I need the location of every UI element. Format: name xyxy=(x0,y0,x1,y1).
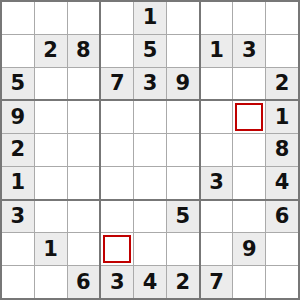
cell-r7c5[interactable] xyxy=(134,201,166,233)
cell-r2c7[interactable]: 1 xyxy=(201,35,233,67)
cell-r2c1[interactable] xyxy=(2,35,34,67)
cell-r9c2[interactable] xyxy=(35,266,67,298)
sudoku-board: 2851573913292118343165342697 xyxy=(0,0,300,300)
cell-r8c9[interactable] xyxy=(266,233,298,265)
sudoku-box-9: 697 xyxy=(201,201,298,298)
cell-r3c4[interactable]: 7 xyxy=(101,68,133,100)
cell-r9c9[interactable] xyxy=(266,266,298,298)
cell-r7c9[interactable]: 6 xyxy=(266,201,298,233)
cell-r4c5[interactable] xyxy=(134,101,166,133)
cell-r4c8[interactable] xyxy=(233,101,265,133)
cell-r8c2[interactable]: 1 xyxy=(35,233,67,265)
cell-r2c5[interactable]: 5 xyxy=(134,35,166,67)
cell-r8c8[interactable]: 9 xyxy=(233,233,265,265)
cell-r4c1[interactable]: 9 xyxy=(2,101,34,133)
cell-r3c1[interactable]: 5 xyxy=(2,68,34,100)
cell-r8c1[interactable] xyxy=(2,233,34,265)
sudoku-box-2: 15739 xyxy=(101,2,198,99)
sudoku-box-6: 1834 xyxy=(201,101,298,198)
cell-r2c8[interactable]: 3 xyxy=(233,35,265,67)
cell-r8c5[interactable] xyxy=(134,233,166,265)
cell-r7c6[interactable]: 5 xyxy=(167,201,199,233)
cell-r4c2[interactable] xyxy=(35,101,67,133)
cell-r5c3[interactable] xyxy=(68,134,100,166)
sudoku-box-7: 316 xyxy=(2,201,99,298)
cell-r1c5[interactable]: 1 xyxy=(134,2,166,34)
cell-r9c7[interactable]: 7 xyxy=(201,266,233,298)
cell-r1c6[interactable] xyxy=(167,2,199,34)
cell-r3c2[interactable] xyxy=(35,68,67,100)
cell-r5c2[interactable] xyxy=(35,134,67,166)
cell-r1c2[interactable] xyxy=(35,2,67,34)
cell-r2c6[interactable] xyxy=(167,35,199,67)
cell-r9c1[interactable] xyxy=(2,266,34,298)
cell-r6c2[interactable] xyxy=(35,167,67,199)
cell-r5c8[interactable] xyxy=(233,134,265,166)
cell-r3c5[interactable]: 3 xyxy=(134,68,166,100)
cell-r1c1[interactable] xyxy=(2,2,34,34)
cell-r7c1[interactable]: 3 xyxy=(2,201,34,233)
cell-r3c8[interactable] xyxy=(233,68,265,100)
cell-r2c9[interactable] xyxy=(266,35,298,67)
cell-r7c4[interactable] xyxy=(101,201,133,233)
cell-r5c9[interactable]: 8 xyxy=(266,134,298,166)
cell-r6c9[interactable]: 4 xyxy=(266,167,298,199)
cell-r6c3[interactable] xyxy=(68,167,100,199)
cell-r4c9[interactable]: 1 xyxy=(266,101,298,133)
cell-r6c8[interactable] xyxy=(233,167,265,199)
cell-r6c1[interactable]: 1 xyxy=(2,167,34,199)
cell-r3c9[interactable]: 2 xyxy=(266,68,298,100)
cell-r5c4[interactable] xyxy=(101,134,133,166)
cell-r9c3[interactable]: 6 xyxy=(68,266,100,298)
cell-r3c6[interactable]: 9 xyxy=(167,68,199,100)
cell-r2c2[interactable]: 2 xyxy=(35,35,67,67)
cell-r5c5[interactable] xyxy=(134,134,166,166)
cell-r7c8[interactable] xyxy=(233,201,265,233)
cell-r7c3[interactable] xyxy=(68,201,100,233)
cell-r4c6[interactable] xyxy=(167,101,199,133)
cell-r9c4[interactable]: 3 xyxy=(101,266,133,298)
cell-r6c4[interactable] xyxy=(101,167,133,199)
cell-r3c7[interactable] xyxy=(201,68,233,100)
cell-r1c8[interactable] xyxy=(233,2,265,34)
cell-r9c6[interactable]: 2 xyxy=(167,266,199,298)
cell-r6c5[interactable] xyxy=(134,167,166,199)
sudoku-box-4: 921 xyxy=(2,101,99,198)
cell-r9c5[interactable]: 4 xyxy=(134,266,166,298)
cell-r4c4[interactable] xyxy=(101,101,133,133)
cell-r7c2[interactable] xyxy=(35,201,67,233)
cell-r8c7[interactable] xyxy=(201,233,233,265)
cell-r4c7[interactable] xyxy=(201,101,233,133)
cell-r6c7[interactable]: 3 xyxy=(201,167,233,199)
cell-r5c6[interactable] xyxy=(167,134,199,166)
cell-r1c4[interactable] xyxy=(101,2,133,34)
cell-r7c7[interactable] xyxy=(201,201,233,233)
cell-r8c3[interactable] xyxy=(68,233,100,265)
sudoku-box-1: 285 xyxy=(2,2,99,99)
cell-r8c4[interactable] xyxy=(101,233,133,265)
cell-r3c3[interactable] xyxy=(68,68,100,100)
cell-r5c7[interactable] xyxy=(201,134,233,166)
cell-r2c4[interactable] xyxy=(101,35,133,67)
cell-r2c3[interactable]: 8 xyxy=(68,35,100,67)
cell-r1c9[interactable] xyxy=(266,2,298,34)
cell-r5c1[interactable]: 2 xyxy=(2,134,34,166)
sudoku-box-3: 132 xyxy=(201,2,298,99)
sudoku-box-8: 5342 xyxy=(101,201,198,298)
cell-r9c8[interactable] xyxy=(233,266,265,298)
cell-r1c3[interactable] xyxy=(68,2,100,34)
cell-r6c6[interactable] xyxy=(167,167,199,199)
sudoku-box-5 xyxy=(101,101,198,198)
cell-r8c6[interactable] xyxy=(167,233,199,265)
cell-r1c7[interactable] xyxy=(201,2,233,34)
cell-r4c3[interactable] xyxy=(68,101,100,133)
